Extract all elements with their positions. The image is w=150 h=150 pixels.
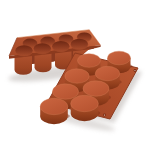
mold-cylinder: [71, 95, 101, 121]
hole-center: [134, 70, 135, 71]
cylinder-top: [95, 66, 119, 80]
mold-cavity: [34, 43, 51, 53]
mold-flipped-view: [40, 51, 138, 124]
cylinder-top: [40, 98, 68, 114]
mold-cavity: [15, 45, 32, 55]
cylinder-top: [83, 81, 109, 96]
cylinder-top: [108, 51, 131, 65]
cylinder-top: [71, 95, 99, 111]
cylinder-top: [65, 69, 89, 83]
mold-cylinder: [40, 98, 70, 124]
cylinder-top: [53, 84, 79, 99]
corner-hole: [134, 69, 137, 72]
product-photo-canvas: [0, 0, 150, 150]
mold-cavity: [52, 41, 69, 51]
silicone-mold-photo: [0, 0, 150, 150]
hole-center: [104, 114, 105, 115]
corner-hole: [103, 114, 106, 117]
mold-cavity: [71, 39, 88, 49]
cylinder-top: [78, 54, 101, 68]
